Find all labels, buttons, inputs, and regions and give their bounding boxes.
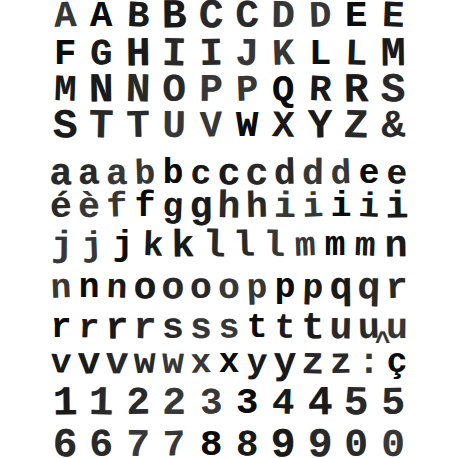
stamp-cell: n — [380, 227, 412, 265]
stamp-cell: A — [85, 0, 119, 36]
stamp-cell: W — [230, 108, 264, 145]
stamp-cell: j — [78, 229, 107, 264]
stamp-cell: h — [214, 188, 244, 227]
stamp-cell: o — [215, 270, 243, 307]
stamp-cell: t — [244, 311, 270, 345]
stamp-cell: 0 — [338, 426, 375, 458]
stamp-cell: 2 — [120, 384, 157, 424]
stamp-cell: 2 — [156, 384, 192, 424]
stamp-cell: k — [168, 227, 200, 265]
stamp-cell: E — [340, 0, 374, 36]
stamp-cell: 0 — [375, 426, 411, 458]
stamp-cell: 4 — [266, 385, 301, 423]
stamp-cell: l — [259, 228, 289, 265]
stamp-cell: g — [159, 190, 186, 225]
stamp-cell: h — [243, 189, 271, 226]
stamp-cell: 7 — [157, 427, 192, 458]
stamp-cell: p — [299, 271, 326, 306]
stamp-cell: p — [272, 271, 298, 305]
stamp-cell: z — [298, 344, 328, 383]
stamp-row-10: vvvwwxxyyzz:^ç — [47, 345, 411, 382]
stamp-cell: A — [48, 0, 83, 36]
stamp-cell: n — [47, 271, 74, 306]
stamp-cell: U — [156, 107, 192, 147]
stamp-cell: P — [230, 72, 265, 110]
stamp-cell: S — [46, 106, 84, 148]
stamp-row-12: 6677889900 — [47, 426, 411, 458]
stamp-cell: q — [354, 269, 384, 308]
stamp-cell: T — [120, 107, 157, 147]
stamp-cell: L — [303, 36, 337, 73]
stamp-cell: 5 — [337, 383, 375, 425]
stamp-cell: m — [290, 229, 319, 264]
stamp-cell: m — [321, 229, 349, 263]
stamp-cell: 9 — [301, 425, 339, 458]
stamp-cell: j — [109, 229, 137, 263]
stamp-cell: i — [299, 190, 326, 225]
stamp-cell: f — [103, 190, 130, 225]
stamp-cell: p — [243, 271, 270, 306]
stamp-cell: l — [198, 227, 230, 266]
stamp-cell: j — [47, 228, 77, 265]
stamp-cell: i — [382, 188, 411, 226]
stamp-cell: s — [187, 310, 215, 347]
stamp-cell: f — [132, 190, 158, 224]
stamp-cell: Q — [267, 72, 301, 109]
stamp-cell: n — [103, 271, 130, 306]
stamp-row-11: 1122334455 — [47, 384, 411, 424]
stamp-cell: T — [82, 106, 120, 148]
stamp-cell: V — [193, 108, 228, 146]
stamp-row-1: AABBCCDDEE — [47, 0, 411, 37]
stamp-row-7: jjjkklllmmmn — [47, 228, 411, 265]
stamp-cell: Y — [301, 106, 339, 148]
stamp-cell: 6 — [46, 425, 84, 458]
stamp-cell: D — [302, 0, 337, 36]
stamp-cell: D — [266, 0, 302, 37]
stamp-cell: m — [351, 229, 380, 264]
stamp-cell: 1 — [46, 383, 84, 425]
stamp-cell: Z — [337, 106, 375, 148]
stamp-cell: r — [48, 311, 74, 345]
stamp-cell: x — [216, 346, 242, 380]
stamp-cell: w — [159, 345, 187, 382]
stamp-cell: i — [355, 190, 382, 225]
stamp-sheet: AABBCCDDEEFGHIIJKLLMMNNOPPQRRSSTTUVWXYZ&… — [0, 0, 458, 458]
stamp-row-9: rrrrssstttuuu — [47, 310, 411, 347]
stamp-cell: é — [47, 189, 75, 226]
stamp-cell: F — [48, 36, 82, 73]
stamp-cell: 8 — [194, 427, 228, 458]
stamp-cell: v — [47, 346, 74, 381]
stamp-cell: o — [187, 270, 215, 307]
stamp-row-8: nnnoooopppqqr — [47, 270, 411, 307]
stamp-cell: q — [326, 269, 355, 307]
stamp-cell: o — [158, 269, 188, 308]
stamp-cell: i — [271, 189, 299, 226]
stamp-cell: n — [76, 271, 102, 305]
stamp-cell: 6 — [83, 426, 120, 458]
stamp-cell: X — [266, 108, 301, 146]
stamp-cell: k — [138, 229, 167, 264]
stamp-cell: 5 — [375, 384, 412, 424]
stamp-cell: 4 — [301, 383, 339, 425]
stamp-cell: x — [187, 346, 214, 381]
stamp-cell: 3 — [230, 385, 264, 422]
stamp-cell: è — [75, 189, 103, 226]
stamp-cell: 8 — [230, 427, 265, 458]
stamp-cell: i — [328, 190, 354, 224]
stamp-cell: z — [327, 345, 355, 382]
stamp-cell: y — [270, 344, 299, 382]
stamp-cell: y — [243, 346, 270, 381]
stamp-cell: r — [383, 270, 411, 307]
stamp-row-4: STTUVWXYZ& — [47, 107, 411, 147]
stamp-cell: ç — [384, 346, 410, 380]
stamp-cell: l — [229, 228, 260, 265]
stamp-cell: v — [102, 344, 132, 383]
stamp-cell: 7 — [120, 426, 156, 458]
stamp-cell: o — [130, 269, 159, 307]
stamp-cell: v — [74, 344, 103, 382]
stamp-cell: & — [375, 107, 412, 147]
stamp-cell: s — [215, 311, 242, 346]
stamp-cell: 3 — [193, 385, 228, 423]
stamp-row-6: éèffgghhiiiii — [47, 189, 411, 226]
stamp-cell: w — [131, 345, 159, 382]
stamp-cell: g — [186, 188, 215, 226]
stamp-cell: K — [266, 36, 301, 74]
stamp-cell: 9 — [265, 425, 303, 458]
stamp-cell: 1 — [82, 383, 120, 425]
